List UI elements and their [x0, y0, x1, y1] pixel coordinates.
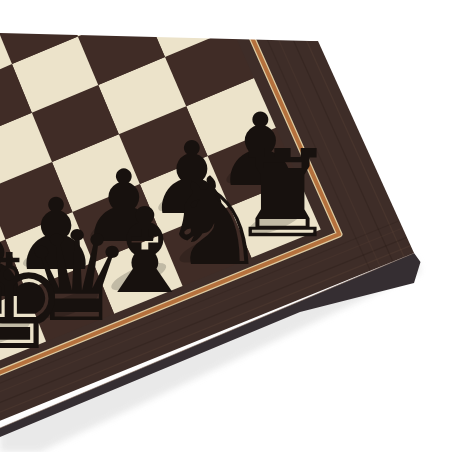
chessboard-product-photo: ♟♟♜♟♞♟♝♟♛♚ [0, 0, 452, 452]
chessboard: ♟♟♜♟♞♟♝♟♛♚ [0, 0, 452, 452]
piece-black-king-e8: ♚ [0, 226, 68, 379]
